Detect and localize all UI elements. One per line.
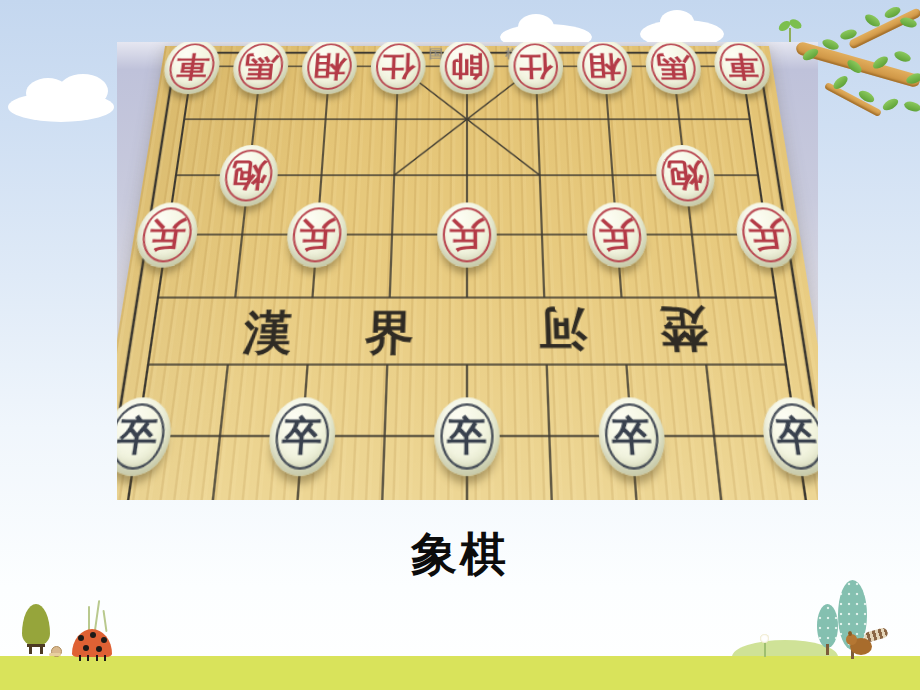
tree-trunk <box>27 644 45 647</box>
piece-red-soldier[interactable]: 兵 <box>585 202 649 267</box>
piece-red-elephant[interactable]: 相 <box>300 42 359 94</box>
piece-glyph: 卒 <box>266 397 337 476</box>
leaf-icon <box>903 100 920 113</box>
ladybug-leg <box>104 655 106 661</box>
white-flower <box>760 634 770 658</box>
piece-red-advisor[interactable]: 仕 <box>508 42 565 94</box>
xiangqi-board-photo: 中国象棋 漢界河楚車馬相仕帥仕相馬車炮炮兵兵兵兵兵卒卒卒卒卒 <box>117 42 818 500</box>
piece-glyph: 兵 <box>284 202 348 267</box>
piece-glyph: 卒 <box>597 397 668 476</box>
piece-glyph: 兵 <box>733 202 802 267</box>
piece-glyph: 兵 <box>132 202 201 267</box>
squirrel-ear <box>848 631 852 636</box>
ladybug-leg <box>79 655 81 661</box>
ladybug <box>72 629 112 657</box>
piece-red-chariot[interactable]: 車 <box>711 42 774 94</box>
flower-head <box>760 634 769 643</box>
piece-red-cannon[interactable]: 炮 <box>653 145 718 206</box>
leaf-icon <box>893 49 912 63</box>
snail <box>49 646 61 656</box>
ladybug-spot <box>101 637 107 643</box>
piece-glyph: 炮 <box>653 145 718 206</box>
piece-glyph: 相 <box>300 42 359 94</box>
ladybug-leg <box>96 655 98 661</box>
ladybug-spot <box>90 632 96 638</box>
piece-glyph: 車 <box>711 42 774 94</box>
piece-glyph: 馬 <box>643 42 704 94</box>
piece-glyph: 馬 <box>230 42 291 94</box>
piece-glyph: 帥 <box>439 42 494 94</box>
tree-branch-decoration <box>788 0 920 140</box>
cartoon-tree-small <box>817 604 838 648</box>
ladybug-leg <box>87 655 89 661</box>
ladybug-spot <box>83 645 89 651</box>
piece-glyph: 仕 <box>370 42 427 94</box>
piece-red-horse[interactable]: 馬 <box>643 42 704 94</box>
piece-red-general[interactable]: 帥 <box>439 42 494 94</box>
piece-glyph: 卒 <box>759 397 818 476</box>
piece-black-soldier[interactable]: 卒 <box>597 397 668 476</box>
piece-glyph: 兵 <box>437 202 497 267</box>
ladybug-spot <box>78 635 84 641</box>
leaf-icon <box>881 96 900 112</box>
cloud <box>660 10 694 34</box>
cartoon-tree-left <box>22 604 52 656</box>
piece-red-soldier[interactable]: 兵 <box>437 202 497 267</box>
piece-red-chariot[interactable]: 車 <box>160 42 223 94</box>
river-text-jie: 界 <box>354 302 425 360</box>
squirrel-head <box>846 634 857 645</box>
slide-title: 象棋 <box>0 524 920 586</box>
river-text-han: 漢 <box>231 302 306 360</box>
tree-crown <box>22 604 50 646</box>
piece-red-horse[interactable]: 馬 <box>230 42 291 94</box>
piece-red-soldier[interactable]: 兵 <box>132 202 201 267</box>
snail-body <box>49 653 61 656</box>
tree-trunk <box>826 644 829 655</box>
grass-band <box>0 656 920 690</box>
piece-glyph: 炮 <box>216 145 281 206</box>
river-text-chu-rotated: 楚 <box>647 302 722 360</box>
squirrel <box>848 630 888 660</box>
presentation-slide: 中国象棋 漢界河楚車馬相仕帥仕相馬車炮炮兵兵兵兵兵卒卒卒卒卒 象棋 <box>0 0 920 690</box>
piece-red-advisor[interactable]: 仕 <box>370 42 427 94</box>
ladybug-spot <box>96 646 102 652</box>
piece-red-cannon[interactable]: 炮 <box>216 145 281 206</box>
piece-glyph: 兵 <box>585 202 649 267</box>
piece-red-soldier[interactable]: 兵 <box>284 202 348 267</box>
piece-red-elephant[interactable]: 相 <box>576 42 635 94</box>
piece-black-soldier[interactable]: 卒 <box>434 397 501 476</box>
piece-glyph: 車 <box>160 42 223 94</box>
xiangqi-board: 中国象棋 漢界河楚車馬相仕帥仕相馬車炮炮兵兵兵兵兵卒卒卒卒卒 <box>117 46 818 500</box>
piece-black-soldier[interactable]: 卒 <box>266 397 337 476</box>
cloud <box>518 14 554 40</box>
flower-stem <box>764 642 766 657</box>
piece-glyph: 仕 <box>508 42 565 94</box>
piece-glyph: 卒 <box>434 397 501 476</box>
river-text-he-rotated: 河 <box>527 302 599 360</box>
plant-sprig <box>94 600 100 632</box>
piece-glyph: 相 <box>576 42 635 94</box>
piece-black-soldier[interactable]: 卒 <box>759 397 818 476</box>
cloud <box>58 74 108 108</box>
piece-red-soldier[interactable]: 兵 <box>733 202 802 267</box>
